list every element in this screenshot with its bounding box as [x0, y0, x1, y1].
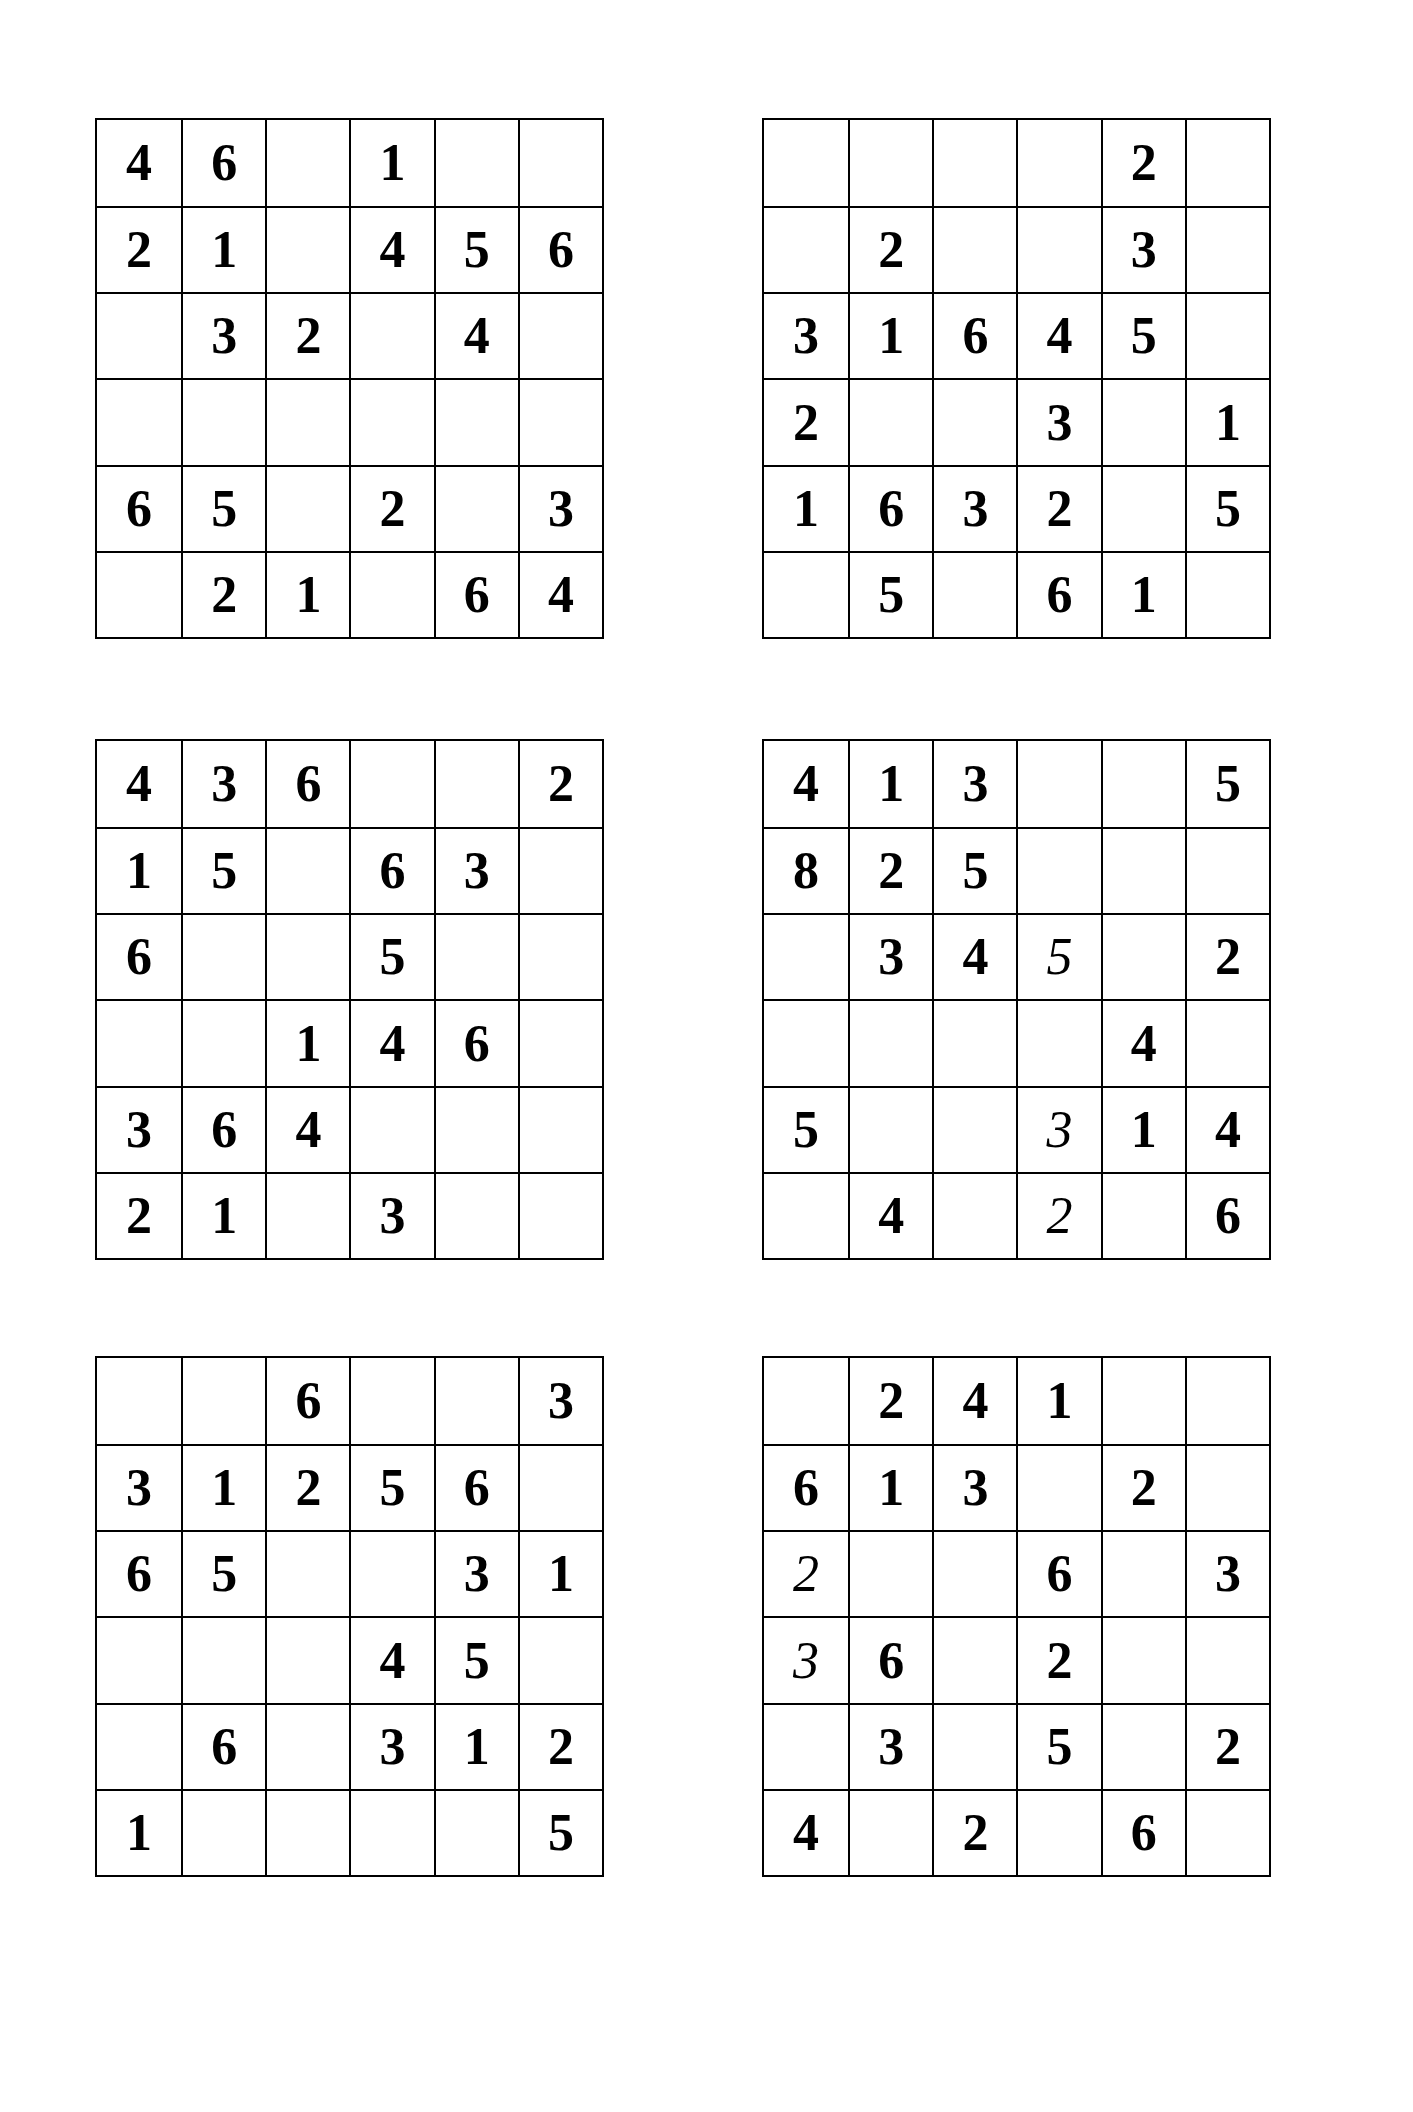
cell-given: 5 — [434, 1616, 518, 1702]
cell-given: 4 — [349, 1616, 433, 1702]
cell-empty — [97, 292, 181, 378]
cell-empty — [265, 465, 349, 551]
cell-given: 1 — [434, 1703, 518, 1789]
cell-given: 6 — [1016, 1530, 1100, 1616]
cell-given: 1 — [764, 465, 848, 551]
cell-given: 2 — [518, 1703, 602, 1789]
cell-empty — [518, 378, 602, 464]
cell-given: 1 — [1016, 1358, 1100, 1444]
sudoku-board-bottom-left: 6331256653145631215 — [95, 1356, 604, 1877]
cell-given: 2 — [764, 378, 848, 464]
cell-empty — [349, 1530, 433, 1616]
cell-empty — [764, 206, 848, 292]
cell-given: 5 — [1016, 913, 1100, 999]
cell-empty — [181, 999, 265, 1085]
cell-empty — [265, 1616, 349, 1702]
sudoku-board-top-left: 4612145632465232164 — [95, 118, 604, 639]
cell-given: 6 — [932, 292, 1016, 378]
cell-empty — [181, 1789, 265, 1875]
cell-empty — [97, 378, 181, 464]
cell-given: 2 — [265, 292, 349, 378]
cell-given: 1 — [181, 206, 265, 292]
cell-given: 4 — [349, 999, 433, 1085]
cell-given: 2 — [181, 551, 265, 637]
cell-given: 1 — [848, 292, 932, 378]
cell-given: 6 — [434, 1444, 518, 1530]
cell-given: 3 — [97, 1444, 181, 1530]
cell-given: 5 — [1101, 292, 1185, 378]
cell-empty — [518, 913, 602, 999]
cell-given: 4 — [434, 292, 518, 378]
cell-empty — [434, 120, 518, 206]
cell-given: 6 — [181, 120, 265, 206]
cell-given: 2 — [1185, 1703, 1269, 1789]
cell-empty — [932, 999, 1016, 1085]
cell-empty — [265, 1530, 349, 1616]
cell-empty — [932, 206, 1016, 292]
cell-given: 6 — [97, 465, 181, 551]
cell-empty — [518, 292, 602, 378]
cell-empty — [764, 999, 848, 1085]
cell-given: 6 — [265, 1358, 349, 1444]
cell-given: 3 — [181, 292, 265, 378]
cell-empty — [97, 1358, 181, 1444]
cell-given: 5 — [1016, 1703, 1100, 1789]
cell-given: 2 — [349, 465, 433, 551]
cell-empty — [265, 1172, 349, 1258]
cell-given: 1 — [97, 827, 181, 913]
cell-given: 3 — [1016, 378, 1100, 464]
cell-empty — [1101, 1172, 1185, 1258]
cell-empty — [265, 913, 349, 999]
cell-given: 1 — [1101, 1086, 1185, 1172]
cell-given: 1 — [181, 1172, 265, 1258]
cell-given: 2 — [97, 206, 181, 292]
cell-empty — [181, 913, 265, 999]
cell-given: 6 — [434, 551, 518, 637]
cell-empty — [1185, 999, 1269, 1085]
cell-given: 5 — [932, 827, 1016, 913]
cell-empty — [349, 741, 433, 827]
cell-empty — [1101, 913, 1185, 999]
cell-given: 6 — [434, 999, 518, 1085]
cell-empty — [932, 1530, 1016, 1616]
cell-empty — [1016, 1444, 1100, 1530]
cell-empty — [97, 1616, 181, 1702]
cell-empty — [1101, 1358, 1185, 1444]
cell-empty — [181, 378, 265, 464]
cell-given: 1 — [848, 741, 932, 827]
cell-given: 4 — [848, 1172, 932, 1258]
cell-empty — [1185, 1616, 1269, 1702]
cell-given: 6 — [349, 827, 433, 913]
cell-empty — [1185, 1444, 1269, 1530]
cell-given: 2 — [518, 741, 602, 827]
cell-empty — [1101, 827, 1185, 913]
cell-given: 4 — [97, 120, 181, 206]
cell-given: 2 — [265, 1444, 349, 1530]
cell-given: 2 — [1101, 120, 1185, 206]
cell-given: 1 — [265, 999, 349, 1085]
cell-given: 3 — [1101, 206, 1185, 292]
cell-given: 5 — [518, 1789, 602, 1875]
cell-given: 2 — [1016, 1616, 1100, 1702]
cell-given: 3 — [349, 1172, 433, 1258]
cell-empty — [1185, 1358, 1269, 1444]
cell-given: 6 — [848, 465, 932, 551]
cell-empty — [349, 1358, 433, 1444]
cell-empty — [932, 1703, 1016, 1789]
cell-empty — [1016, 1789, 1100, 1875]
cell-given: 2 — [1016, 465, 1100, 551]
cell-given: 2 — [848, 1358, 932, 1444]
cell-given: 3 — [764, 292, 848, 378]
cell-given: 1 — [848, 1444, 932, 1530]
cell-given: 6 — [97, 1530, 181, 1616]
cell-given: 1 — [181, 1444, 265, 1530]
cell-empty — [1185, 292, 1269, 378]
cell-empty — [181, 1616, 265, 1702]
cell-empty — [349, 1086, 433, 1172]
cell-given: 6 — [181, 1086, 265, 1172]
cell-given: 4 — [1101, 999, 1185, 1085]
cell-empty — [764, 551, 848, 637]
cell-empty — [434, 1789, 518, 1875]
cell-given: 3 — [349, 1703, 433, 1789]
cell-empty — [1101, 1703, 1185, 1789]
cell-empty — [265, 1703, 349, 1789]
cell-given: 3 — [434, 1530, 518, 1616]
cell-empty — [97, 999, 181, 1085]
cell-given: 3 — [518, 1358, 602, 1444]
cell-empty — [518, 1444, 602, 1530]
cell-given: 3 — [848, 1703, 932, 1789]
cell-empty — [349, 1789, 433, 1875]
cell-empty — [932, 120, 1016, 206]
cell-empty — [518, 120, 602, 206]
cell-empty — [265, 120, 349, 206]
cell-given: 3 — [848, 913, 932, 999]
cell-empty — [764, 120, 848, 206]
cell-empty — [848, 1086, 932, 1172]
cell-given: 4 — [932, 1358, 1016, 1444]
cell-given: 4 — [518, 551, 602, 637]
cell-given: 5 — [1185, 741, 1269, 827]
sudoku-board-bottom-right: 2416132263362352426 — [762, 1356, 1271, 1877]
cell-empty — [764, 1358, 848, 1444]
cell-given: 1 — [265, 551, 349, 637]
cell-empty — [932, 1616, 1016, 1702]
cell-empty — [848, 378, 932, 464]
cell-given: 4 — [1185, 1086, 1269, 1172]
cell-empty — [1101, 378, 1185, 464]
cell-given: 4 — [265, 1086, 349, 1172]
cell-empty — [434, 1172, 518, 1258]
cell-empty — [932, 378, 1016, 464]
cell-empty — [1185, 120, 1269, 206]
cell-empty — [764, 1172, 848, 1258]
cell-empty — [848, 1789, 932, 1875]
cell-given: 4 — [349, 206, 433, 292]
cell-empty — [349, 551, 433, 637]
cell-empty — [181, 1358, 265, 1444]
sudoku-board-middle-right: 4135825345245314426 — [762, 739, 1271, 1260]
cell-given: 2 — [764, 1530, 848, 1616]
cell-empty — [434, 378, 518, 464]
cell-given: 3 — [518, 465, 602, 551]
cell-empty — [932, 1172, 1016, 1258]
cell-given: 5 — [349, 1444, 433, 1530]
cell-empty — [848, 999, 932, 1085]
cell-empty — [265, 827, 349, 913]
cell-given: 6 — [1016, 551, 1100, 637]
cell-given: 4 — [97, 741, 181, 827]
cell-empty — [764, 913, 848, 999]
cell-given: 1 — [1185, 378, 1269, 464]
cell-given: 3 — [932, 1444, 1016, 1530]
cell-given: 5 — [434, 206, 518, 292]
cell-empty — [1185, 1789, 1269, 1875]
cell-given: 3 — [1185, 1530, 1269, 1616]
cell-given: 3 — [1016, 1086, 1100, 1172]
cell-empty — [349, 292, 433, 378]
cell-given: 5 — [181, 827, 265, 913]
cell-empty — [1101, 1530, 1185, 1616]
cell-empty — [434, 1358, 518, 1444]
cell-given: 6 — [1101, 1789, 1185, 1875]
cell-given: 4 — [1016, 292, 1100, 378]
cell-empty — [265, 206, 349, 292]
cell-given: 2 — [932, 1789, 1016, 1875]
cell-given: 3 — [932, 741, 1016, 827]
cell-empty — [1185, 827, 1269, 913]
cell-empty — [518, 1086, 602, 1172]
cell-given: 6 — [764, 1444, 848, 1530]
cell-given: 1 — [97, 1789, 181, 1875]
cell-empty — [932, 1086, 1016, 1172]
cell-given: 6 — [265, 741, 349, 827]
cell-given: 4 — [932, 913, 1016, 999]
cell-empty — [518, 1616, 602, 1702]
cell-empty — [932, 551, 1016, 637]
cell-given: 3 — [97, 1086, 181, 1172]
cell-empty — [1016, 999, 1100, 1085]
cell-given: 2 — [848, 827, 932, 913]
cell-empty — [1185, 206, 1269, 292]
cell-given: 5 — [764, 1086, 848, 1172]
cell-empty — [848, 120, 932, 206]
cell-given: 6 — [181, 1703, 265, 1789]
cell-empty — [434, 741, 518, 827]
cell-given: 8 — [764, 827, 848, 913]
cell-empty — [97, 551, 181, 637]
cell-given: 2 — [1016, 1172, 1100, 1258]
cell-empty — [1016, 206, 1100, 292]
cell-given: 3 — [181, 741, 265, 827]
cell-empty — [1101, 1616, 1185, 1702]
cell-given: 6 — [518, 206, 602, 292]
cell-empty — [97, 1703, 181, 1789]
cell-given: 4 — [764, 1789, 848, 1875]
cell-given: 6 — [97, 913, 181, 999]
sudoku-board-top-right: 2233164523116325561 — [762, 118, 1271, 639]
cell-empty — [764, 1703, 848, 1789]
cell-given: 5 — [181, 465, 265, 551]
cell-given: 1 — [1101, 551, 1185, 637]
cell-empty — [349, 378, 433, 464]
cell-given: 2 — [848, 206, 932, 292]
cell-empty — [1016, 741, 1100, 827]
sudoku-board-middle-left: 4362156365146364213 — [95, 739, 604, 1260]
cell-given: 5 — [848, 551, 932, 637]
cell-empty — [265, 378, 349, 464]
cell-given: 3 — [932, 465, 1016, 551]
cell-given: 2 — [1185, 913, 1269, 999]
cell-empty — [1185, 551, 1269, 637]
cell-given: 2 — [97, 1172, 181, 1258]
cell-given: 6 — [848, 1616, 932, 1702]
cell-given: 6 — [1185, 1172, 1269, 1258]
cell-given: 2 — [1101, 1444, 1185, 1530]
cell-empty — [1101, 465, 1185, 551]
cell-empty — [518, 1172, 602, 1258]
cell-given: 1 — [349, 120, 433, 206]
cell-given: 3 — [764, 1616, 848, 1702]
cell-given: 4 — [764, 741, 848, 827]
cell-given: 5 — [181, 1530, 265, 1616]
cell-empty — [1016, 827, 1100, 913]
cell-given: 5 — [349, 913, 433, 999]
cell-empty — [1016, 120, 1100, 206]
cell-empty — [848, 1530, 932, 1616]
cell-empty — [1101, 741, 1185, 827]
cell-empty — [265, 1789, 349, 1875]
cell-empty — [434, 913, 518, 999]
cell-given: 1 — [518, 1530, 602, 1616]
cell-empty — [434, 1086, 518, 1172]
cell-given: 5 — [1185, 465, 1269, 551]
cell-empty — [518, 827, 602, 913]
cell-empty — [434, 465, 518, 551]
cell-given: 3 — [434, 827, 518, 913]
puzzle-sheet-page: 4612145632465232164 2233164523116325561 … — [0, 0, 1413, 2112]
cell-empty — [518, 999, 602, 1085]
